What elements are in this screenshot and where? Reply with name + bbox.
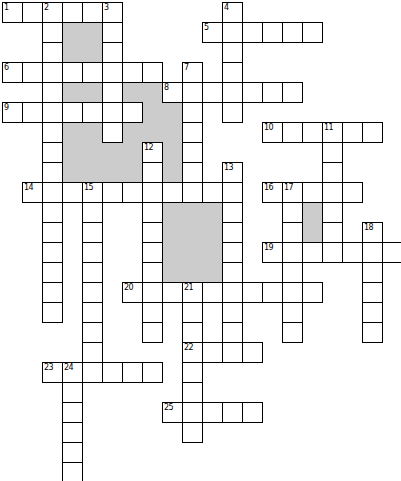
crossword-cell[interactable]: 21 bbox=[182, 282, 203, 303]
crossword-cell[interactable] bbox=[22, 62, 43, 83]
crossword-cell[interactable] bbox=[282, 302, 303, 323]
blocked-cell bbox=[182, 242, 203, 263]
crossword-cell[interactable]: 23 bbox=[42, 362, 63, 383]
crossword-cell[interactable] bbox=[142, 322, 163, 343]
crossword-cell[interactable] bbox=[62, 62, 83, 83]
clue-number: 11 bbox=[324, 123, 333, 132]
crossword-cell[interactable] bbox=[262, 22, 283, 43]
clue-number: 8 bbox=[164, 83, 169, 92]
blocked-cell bbox=[122, 142, 143, 163]
crossword-cell[interactable] bbox=[102, 182, 123, 203]
crossword-cell[interactable] bbox=[202, 182, 223, 203]
blocked-cell bbox=[82, 162, 103, 183]
crossword-cell[interactable]: 16 bbox=[262, 182, 283, 203]
crossword-cell[interactable]: 13 bbox=[222, 162, 243, 183]
crossword-cell[interactable]: 17 bbox=[282, 182, 303, 203]
crossword-cell[interactable] bbox=[222, 322, 243, 343]
clue-number: 2 bbox=[44, 3, 49, 12]
crossword-cell[interactable] bbox=[182, 182, 203, 203]
blocked-cell bbox=[102, 142, 123, 163]
crossword-cell[interactable] bbox=[82, 202, 103, 223]
crossword-cell[interactable] bbox=[82, 262, 103, 283]
crossword-cell[interactable] bbox=[142, 202, 163, 223]
crossword-cell[interactable] bbox=[282, 242, 303, 263]
crossword-cell[interactable] bbox=[282, 322, 303, 343]
crossword-cell[interactable] bbox=[182, 102, 203, 123]
crossword-cell[interactable] bbox=[122, 62, 143, 83]
clue-number: 5 bbox=[204, 23, 209, 32]
crossword-cell[interactable]: 19 bbox=[262, 242, 283, 263]
crossword-cell[interactable] bbox=[42, 202, 63, 223]
blocked-cell bbox=[62, 142, 83, 163]
crossword-cell[interactable] bbox=[222, 302, 243, 323]
blocked-cell bbox=[302, 222, 323, 243]
crossword-cell[interactable] bbox=[302, 122, 323, 143]
clue-number: 1 bbox=[4, 3, 9, 12]
crossword-cell[interactable] bbox=[222, 42, 243, 63]
crossword-cell[interactable] bbox=[322, 202, 343, 223]
crossword-cell[interactable] bbox=[22, 102, 43, 123]
crossword-cell[interactable] bbox=[182, 362, 203, 383]
crossword-cell[interactable] bbox=[322, 162, 343, 183]
crossword-cell[interactable] bbox=[182, 142, 203, 163]
crossword-cell[interactable] bbox=[62, 422, 83, 443]
blocked-cell bbox=[162, 262, 183, 283]
crossword-cell[interactable] bbox=[182, 422, 203, 443]
crossword-cell[interactable] bbox=[142, 302, 163, 323]
crossword-cell[interactable] bbox=[282, 202, 303, 223]
crossword-cell[interactable] bbox=[262, 282, 283, 303]
crossword-cell[interactable] bbox=[142, 262, 163, 283]
crossword-cell[interactable] bbox=[82, 282, 103, 303]
crossword-cell[interactable]: 1 bbox=[2, 2, 23, 23]
clue-number: 12 bbox=[144, 143, 153, 152]
crossword-cell[interactable]: 9 bbox=[2, 102, 23, 123]
crossword-cell[interactable]: 22 bbox=[182, 342, 203, 363]
crossword-cell[interactable] bbox=[302, 182, 323, 203]
clue-number: 13 bbox=[224, 163, 233, 172]
clue-number: 22 bbox=[184, 343, 193, 352]
clue-number: 15 bbox=[84, 183, 93, 192]
crossword-cell[interactable] bbox=[122, 182, 143, 203]
crossword-cell[interactable]: 4 bbox=[222, 2, 243, 23]
crossword-cell[interactable]: 3 bbox=[102, 2, 123, 23]
blocked-cell bbox=[162, 102, 183, 123]
crossword-cell[interactable] bbox=[122, 102, 143, 123]
crossword-cell[interactable]: 24 bbox=[62, 362, 83, 383]
crossword-cell[interactable] bbox=[82, 302, 103, 323]
crossword-cell[interactable] bbox=[82, 242, 103, 263]
crossword-cell[interactable] bbox=[282, 282, 303, 303]
crossword-cell[interactable] bbox=[202, 402, 223, 423]
crossword-cell[interactable] bbox=[62, 442, 83, 463]
crossword-cell[interactable]: 2 bbox=[42, 2, 63, 23]
crossword-cell[interactable] bbox=[142, 242, 163, 263]
crossword-cell[interactable] bbox=[162, 282, 183, 303]
crossword-cell[interactable] bbox=[182, 162, 203, 183]
blocked-cell bbox=[122, 162, 143, 183]
crossword-cell[interactable] bbox=[102, 102, 123, 123]
clue-number: 16 bbox=[264, 183, 273, 192]
clue-number: 25 bbox=[164, 403, 173, 412]
crossword-cell[interactable] bbox=[42, 142, 63, 163]
crossword-cell[interactable] bbox=[302, 282, 323, 303]
blocked-cell bbox=[162, 222, 183, 243]
crossword-cell[interactable]: 15 bbox=[82, 182, 103, 203]
clue-number: 4 bbox=[224, 3, 229, 12]
clue-number: 14 bbox=[24, 183, 33, 192]
crossword-cell[interactable] bbox=[62, 382, 83, 403]
crossword-cell[interactable] bbox=[282, 22, 303, 43]
crossword-cell[interactable] bbox=[222, 222, 243, 243]
blocked-cell bbox=[182, 222, 203, 243]
crossword-cell[interactable] bbox=[182, 322, 203, 343]
crossword-cell[interactable] bbox=[362, 242, 383, 263]
crossword-cell[interactable] bbox=[222, 242, 243, 263]
clue-number: 3 bbox=[104, 3, 109, 12]
crossword-cell[interactable] bbox=[42, 82, 63, 103]
crossword-cell[interactable] bbox=[182, 302, 203, 323]
crossword-cell[interactable]: 20 bbox=[122, 282, 143, 303]
crossword-cell[interactable] bbox=[222, 282, 243, 303]
crossword-cell[interactable] bbox=[322, 182, 343, 203]
blocked-cell bbox=[162, 122, 183, 143]
crossword-cell[interactable] bbox=[322, 222, 343, 243]
crossword-cell[interactable] bbox=[222, 342, 243, 363]
crossword-cell[interactable] bbox=[222, 22, 243, 43]
blocked-cell bbox=[122, 82, 143, 103]
crossword-cell[interactable] bbox=[182, 82, 203, 103]
crossword-board: 1234567891011121314151617181920212223242… bbox=[0, 0, 401, 481]
blocked-cell bbox=[102, 162, 123, 183]
crossword-cell[interactable] bbox=[322, 242, 343, 263]
crossword-cell[interactable] bbox=[342, 182, 363, 203]
crossword-cell[interactable] bbox=[82, 322, 103, 343]
blocked-cell bbox=[182, 262, 203, 283]
blocked-cell bbox=[182, 202, 203, 223]
crossword-cell[interactable] bbox=[222, 262, 243, 283]
blocked-cell bbox=[202, 262, 223, 283]
blocked-cell bbox=[82, 42, 103, 63]
crossword-cell[interactable]: 5 bbox=[202, 22, 223, 43]
crossword-cell[interactable]: 25 bbox=[162, 402, 183, 423]
crossword-cell[interactable] bbox=[62, 462, 83, 481]
crossword-cell[interactable] bbox=[342, 242, 363, 263]
crossword-cell[interactable] bbox=[82, 102, 103, 123]
clue-number: 24 bbox=[64, 363, 73, 372]
crossword-cell[interactable] bbox=[242, 22, 263, 43]
crossword-cell[interactable] bbox=[242, 282, 263, 303]
crossword-cell[interactable] bbox=[22, 2, 43, 23]
crossword-cell[interactable] bbox=[102, 42, 123, 63]
clue-number: 18 bbox=[364, 223, 373, 232]
crossword-cell[interactable]: 10 bbox=[262, 122, 283, 143]
clue-number: 6 bbox=[4, 63, 9, 72]
crossword-cell[interactable] bbox=[102, 362, 123, 383]
crossword-cell[interactable] bbox=[62, 182, 83, 203]
crossword-cell[interactable] bbox=[62, 402, 83, 423]
crossword-cell[interactable] bbox=[42, 42, 63, 63]
crossword-cell[interactable]: 14 bbox=[22, 182, 43, 203]
crossword-cell[interactable] bbox=[42, 182, 63, 203]
crossword-cell[interactable] bbox=[362, 302, 383, 323]
crossword-cell[interactable] bbox=[142, 222, 163, 243]
blocked-cell bbox=[62, 22, 83, 43]
crossword-cell[interactable] bbox=[362, 282, 383, 303]
crossword-cell[interactable] bbox=[202, 82, 223, 103]
crossword-cell[interactable] bbox=[42, 62, 63, 83]
crossword-cell[interactable] bbox=[182, 382, 203, 403]
clue-number: 23 bbox=[44, 363, 53, 372]
blocked-cell bbox=[162, 142, 183, 163]
crossword-cell[interactable] bbox=[222, 62, 243, 83]
crossword-cell[interactable] bbox=[42, 262, 63, 283]
crossword-cell[interactable] bbox=[242, 82, 263, 103]
blocked-cell bbox=[122, 122, 143, 143]
crossword-cell[interactable] bbox=[42, 302, 63, 323]
crossword-cell[interactable] bbox=[202, 282, 223, 303]
blocked-cell bbox=[302, 202, 323, 223]
clue-number: 19 bbox=[264, 243, 273, 252]
crossword-cell[interactable] bbox=[102, 62, 123, 83]
crossword-cell[interactable]: 11 bbox=[322, 122, 343, 143]
crossword-cell[interactable] bbox=[162, 182, 183, 203]
crossword-cell[interactable] bbox=[142, 62, 163, 83]
clue-number: 17 bbox=[284, 183, 293, 192]
crossword-cell[interactable] bbox=[222, 102, 243, 123]
crossword-cell[interactable] bbox=[82, 62, 103, 83]
clue-number: 21 bbox=[184, 283, 193, 292]
blocked-cell bbox=[202, 222, 223, 243]
crossword-cell[interactable] bbox=[202, 342, 223, 363]
blocked-cell bbox=[162, 242, 183, 263]
blocked-cell bbox=[62, 122, 83, 143]
crossword-cell[interactable] bbox=[82, 222, 103, 243]
blocked-cell bbox=[62, 82, 83, 103]
crossword-cell[interactable] bbox=[142, 162, 163, 183]
crossword-cell[interactable] bbox=[102, 82, 123, 103]
crossword-cell[interactable] bbox=[302, 22, 323, 43]
crossword-cell[interactable] bbox=[322, 142, 343, 163]
crossword-cell[interactable] bbox=[62, 102, 83, 123]
crossword-cell[interactable] bbox=[42, 22, 63, 43]
blocked-cell bbox=[82, 82, 103, 103]
crossword-cell[interactable] bbox=[42, 222, 63, 243]
blocked-cell bbox=[142, 122, 163, 143]
crossword-cell[interactable] bbox=[222, 402, 243, 423]
crossword-cell[interactable] bbox=[102, 122, 123, 143]
crossword-cell[interactable] bbox=[222, 202, 243, 223]
blocked-cell bbox=[82, 122, 103, 143]
crossword-cell[interactable] bbox=[142, 282, 163, 303]
crossword-cell[interactable] bbox=[42, 242, 63, 263]
crossword-cell[interactable] bbox=[222, 182, 243, 203]
crossword-cell[interactable] bbox=[82, 342, 103, 363]
clue-number: 7 bbox=[184, 63, 189, 72]
crossword-cell[interactable] bbox=[42, 162, 63, 183]
crossword-cell[interactable] bbox=[242, 342, 263, 363]
crossword-cell[interactable] bbox=[42, 102, 63, 123]
blocked-cell bbox=[162, 162, 183, 183]
blocked-cell bbox=[202, 202, 223, 223]
crossword-cell[interactable] bbox=[342, 122, 363, 143]
blocked-cell bbox=[82, 142, 103, 163]
crossword-cell[interactable] bbox=[42, 122, 63, 143]
clue-number: 20 bbox=[124, 283, 133, 292]
clue-number: 9 bbox=[4, 103, 9, 112]
crossword-cell[interactable]: 18 bbox=[362, 222, 383, 243]
crossword-cell[interactable]: 12 bbox=[142, 142, 163, 163]
crossword-cell[interactable] bbox=[282, 262, 303, 283]
blocked-cell bbox=[62, 162, 83, 183]
crossword-cell[interactable] bbox=[382, 242, 401, 263]
crossword-cell[interactable] bbox=[182, 402, 203, 423]
crossword-cell[interactable] bbox=[302, 242, 323, 263]
clue-number: 10 bbox=[264, 123, 273, 132]
crossword-cell[interactable] bbox=[82, 362, 103, 383]
crossword-cell[interactable] bbox=[362, 122, 383, 143]
blocked-cell bbox=[142, 82, 163, 103]
crossword-cell[interactable] bbox=[222, 82, 243, 103]
crossword-cell[interactable] bbox=[242, 402, 263, 423]
crossword-cell[interactable] bbox=[282, 222, 303, 243]
crossword-cell[interactable]: 6 bbox=[2, 62, 23, 83]
blocked-cell bbox=[202, 242, 223, 263]
crossword-cell[interactable] bbox=[282, 122, 303, 143]
crossword-cell[interactable] bbox=[182, 122, 203, 143]
crossword-cell[interactable] bbox=[362, 262, 383, 283]
crossword-cell[interactable] bbox=[282, 82, 303, 103]
crossword-cell[interactable] bbox=[142, 182, 163, 203]
crossword-cell[interactable] bbox=[82, 2, 103, 23]
crossword-cell[interactable]: 8 bbox=[162, 82, 183, 103]
crossword-cell[interactable]: 7 bbox=[182, 62, 203, 83]
blocked-cell bbox=[62, 42, 83, 63]
blocked-cell bbox=[82, 22, 103, 43]
crossword-cell[interactable] bbox=[122, 362, 143, 383]
crossword-cell[interactable] bbox=[142, 362, 163, 383]
crossword-cell[interactable] bbox=[42, 282, 63, 303]
blocked-cell bbox=[162, 202, 183, 223]
crossword-cell[interactable] bbox=[62, 2, 83, 23]
crossword-cell[interactable] bbox=[262, 82, 283, 103]
crossword-cell[interactable] bbox=[102, 22, 123, 43]
crossword-cell[interactable] bbox=[362, 322, 383, 343]
blocked-cell bbox=[142, 102, 163, 123]
